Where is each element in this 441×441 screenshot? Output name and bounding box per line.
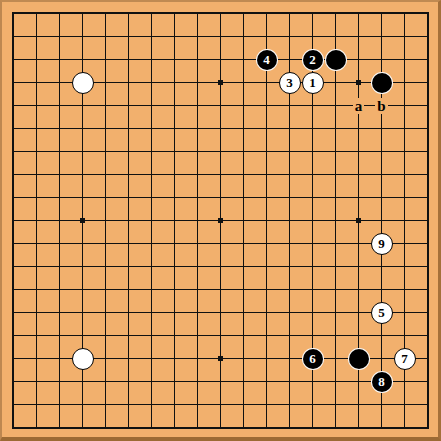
point-label-b: b — [375, 98, 387, 114]
go-board: 423195678ab — [0, 0, 441, 441]
stone-black-R3: 8 — [372, 372, 392, 392]
stone-white-D16 — [72, 72, 94, 94]
star-point — [356, 80, 361, 85]
stone-black-O17: 2 — [303, 50, 323, 70]
stone-black-R16 — [372, 73, 392, 93]
stone-white-S4: 7 — [394, 348, 416, 370]
stone-white-O16: 1 — [302, 72, 324, 94]
point-label-a: a — [353, 98, 365, 114]
stone-black-M17: 4 — [257, 50, 277, 70]
stone-black-O4: 6 — [303, 349, 323, 369]
star-point — [218, 218, 223, 223]
stone-white-R9: 9 — [371, 233, 393, 255]
stone-black-P17 — [326, 50, 346, 70]
star-point — [218, 356, 223, 361]
stone-layer: 423195678ab — [2, 2, 439, 439]
stone-white-N16: 3 — [279, 72, 301, 94]
star-point — [80, 218, 85, 223]
star-point — [218, 80, 223, 85]
stone-white-D4 — [72, 348, 94, 370]
star-point — [356, 218, 361, 223]
stone-white-R6: 5 — [371, 302, 393, 324]
stone-black-Q4 — [349, 349, 369, 369]
